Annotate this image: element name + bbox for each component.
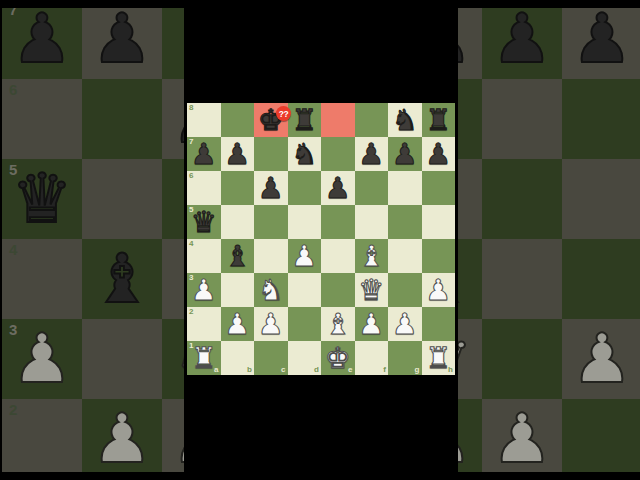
white-pawn: ♟ bbox=[572, 319, 633, 399]
file-label-f: f bbox=[383, 366, 386, 374]
square-f2[interactable]: ♟ bbox=[355, 307, 389, 341]
square-g1[interactable]: g bbox=[388, 341, 422, 375]
black-rook[interactable]: ♜ bbox=[425, 103, 451, 137]
square-c3[interactable]: ♞ bbox=[254, 273, 288, 307]
bg-square-h7: ♟ bbox=[562, 0, 640, 79]
square-a7[interactable]: 7♟ bbox=[187, 137, 221, 171]
square-e1[interactable]: e♚ bbox=[321, 341, 355, 375]
square-b3[interactable] bbox=[221, 273, 255, 307]
bg-square-g5 bbox=[482, 159, 562, 239]
black-pawn: ♟ bbox=[492, 0, 553, 79]
rank-label-8: 8 bbox=[189, 104, 193, 112]
white-pawn: ♟ bbox=[492, 399, 553, 479]
square-c4[interactable] bbox=[254, 239, 288, 273]
black-queen: ♛ bbox=[12, 159, 73, 239]
bg-square-g4 bbox=[482, 239, 562, 319]
square-h6[interactable] bbox=[422, 171, 456, 205]
white-queen[interactable]: ♛ bbox=[358, 273, 384, 307]
square-b1[interactable]: b bbox=[221, 341, 255, 375]
bg-square-b4: ♝ bbox=[82, 239, 162, 319]
square-d6[interactable] bbox=[288, 171, 322, 205]
white-pawn[interactable]: ♟ bbox=[191, 273, 217, 307]
black-pawn: ♟ bbox=[12, 0, 73, 79]
bg-square-h5 bbox=[562, 159, 640, 239]
white-pawn: ♟ bbox=[12, 319, 73, 399]
square-f6[interactable] bbox=[355, 171, 389, 205]
white-pawn[interactable]: ♟ bbox=[425, 273, 451, 307]
bg-square-a7: 7♟ bbox=[2, 0, 82, 79]
square-h8[interactable]: ♜ bbox=[422, 103, 456, 137]
black-pawn[interactable]: ♟ bbox=[258, 171, 284, 205]
square-b6[interactable] bbox=[221, 171, 255, 205]
square-b7[interactable]: ♟ bbox=[221, 137, 255, 171]
square-d4[interactable]: ♟ bbox=[288, 239, 322, 273]
square-c6[interactable]: ♟ bbox=[254, 171, 288, 205]
rank-label-6: 6 bbox=[189, 172, 193, 180]
square-a8[interactable]: 8 bbox=[187, 103, 221, 137]
square-a4[interactable]: 4 bbox=[187, 239, 221, 273]
rank-label-2: 2 bbox=[9, 402, 17, 417]
square-g3[interactable] bbox=[388, 273, 422, 307]
square-g7[interactable]: ♟ bbox=[388, 137, 422, 171]
bg-square-a3: 3♟ bbox=[2, 319, 82, 399]
rank-label-4: 4 bbox=[9, 242, 17, 257]
white-knight[interactable]: ♞ bbox=[258, 273, 284, 307]
file-label-d: d bbox=[314, 366, 319, 374]
white-pawn[interactable]: ♟ bbox=[224, 307, 250, 341]
black-pawn[interactable]: ♟ bbox=[191, 137, 217, 171]
square-b2[interactable]: ♟ bbox=[221, 307, 255, 341]
square-e2[interactable]: ♝ bbox=[321, 307, 355, 341]
bg-square-b6 bbox=[82, 79, 162, 159]
square-c2[interactable]: ♟ bbox=[254, 307, 288, 341]
bg-square-g6 bbox=[482, 79, 562, 159]
square-b4[interactable]: ♝ bbox=[221, 239, 255, 273]
square-a2[interactable]: 2 bbox=[187, 307, 221, 341]
square-d5[interactable] bbox=[288, 205, 322, 239]
black-bishop: ♝ bbox=[92, 239, 153, 319]
square-b5[interactable] bbox=[221, 205, 255, 239]
square-f7[interactable]: ♟ bbox=[355, 137, 389, 171]
square-h4[interactable] bbox=[422, 239, 456, 273]
square-a1[interactable]: 1a♜ bbox=[187, 341, 221, 375]
square-h3[interactable]: ♟ bbox=[422, 273, 456, 307]
square-f1[interactable]: f bbox=[355, 341, 389, 375]
square-d3[interactable] bbox=[288, 273, 322, 307]
square-d8[interactable]: ♜ bbox=[288, 103, 322, 137]
square-h5[interactable] bbox=[422, 205, 456, 239]
white-rook[interactable]: ♜ bbox=[191, 341, 217, 375]
square-e6[interactable]: ♟ bbox=[321, 171, 355, 205]
rank-label-6: 6 bbox=[9, 82, 17, 97]
square-e5[interactable] bbox=[321, 205, 355, 239]
file-label-b: b bbox=[247, 366, 252, 374]
white-bishop[interactable]: ♝ bbox=[325, 307, 351, 341]
square-e4[interactable] bbox=[321, 239, 355, 273]
bg-square-b3 bbox=[82, 319, 162, 399]
square-a6[interactable]: 6 bbox=[187, 171, 221, 205]
square-d7[interactable]: ♞ bbox=[288, 137, 322, 171]
bg-square-a5: 5♛ bbox=[2, 159, 82, 239]
square-g2[interactable]: ♟ bbox=[388, 307, 422, 341]
black-pawn[interactable]: ♟ bbox=[392, 137, 418, 171]
square-g4[interactable] bbox=[388, 239, 422, 273]
rank-label-4: 4 bbox=[189, 240, 193, 248]
white-pawn: ♟ bbox=[92, 399, 153, 479]
square-e8[interactable] bbox=[321, 103, 355, 137]
black-pawn[interactable]: ♟ bbox=[425, 137, 451, 171]
square-e7[interactable] bbox=[321, 137, 355, 171]
bg-square-a2: 2 bbox=[2, 399, 82, 479]
bg-square-h6 bbox=[562, 79, 640, 159]
white-pawn[interactable]: ♟ bbox=[258, 307, 284, 341]
square-g6[interactable] bbox=[388, 171, 422, 205]
white-pawn[interactable]: ♟ bbox=[291, 239, 317, 273]
blunder-badge: ?? bbox=[276, 106, 291, 121]
square-g8[interactable]: ♞ bbox=[388, 103, 422, 137]
black-pawn: ♟ bbox=[572, 0, 633, 79]
square-c5[interactable] bbox=[254, 205, 288, 239]
white-pawn[interactable]: ♟ bbox=[358, 307, 384, 341]
white-bishop[interactable]: ♝ bbox=[358, 239, 384, 273]
square-d2[interactable] bbox=[288, 307, 322, 341]
bg-square-a6: 6 bbox=[2, 79, 82, 159]
rank-label-3: 3 bbox=[9, 322, 17, 337]
file-label-c: c bbox=[281, 366, 285, 374]
square-f8[interactable] bbox=[355, 103, 389, 137]
square-f3[interactable]: ♛ bbox=[355, 273, 389, 307]
square-b8[interactable] bbox=[221, 103, 255, 137]
black-pawn[interactable]: ♟ bbox=[358, 137, 384, 171]
rank-label-5: 5 bbox=[189, 206, 193, 214]
black-queen[interactable]: ♛ bbox=[191, 205, 217, 239]
bg-square-g7: ♟ bbox=[482, 0, 562, 79]
square-f5[interactable] bbox=[355, 205, 389, 239]
bg-square-a4: 4 bbox=[2, 239, 82, 319]
bg-square-h4 bbox=[562, 239, 640, 319]
chess-board: ?? 8♚♜♞♜7♟♟♞♟♟♟6♟♟5♛4♝♟♝3♟♞♛♟2♟♟♝♟♟1a♜bc… bbox=[187, 103, 455, 375]
bg-square-g3 bbox=[482, 319, 562, 399]
rank-label-5: 5 bbox=[9, 162, 17, 177]
bg-square-h3: ♟ bbox=[562, 319, 640, 399]
square-a5[interactable]: 5♛ bbox=[187, 205, 221, 239]
file-label-g: g bbox=[415, 366, 420, 374]
file-label-e: e bbox=[348, 366, 352, 374]
bg-square-b7: ♟ bbox=[82, 0, 162, 79]
rank-label-3: 3 bbox=[189, 274, 193, 282]
square-d1[interactable]: d bbox=[288, 341, 322, 375]
square-g5[interactable] bbox=[388, 205, 422, 239]
square-a3[interactable]: 3♟ bbox=[187, 273, 221, 307]
bg-square-b5 bbox=[82, 159, 162, 239]
file-label-h: h bbox=[448, 366, 453, 374]
white-pawn[interactable]: ♟ bbox=[392, 307, 418, 341]
black-knight[interactable]: ♞ bbox=[291, 137, 317, 171]
square-h1[interactable]: h♜ bbox=[422, 341, 456, 375]
black-pawn[interactable]: ♟ bbox=[325, 171, 351, 205]
square-h7[interactable]: ♟ bbox=[422, 137, 456, 171]
black-pawn: ♟ bbox=[92, 0, 153, 79]
rank-label-1: 1 bbox=[189, 342, 193, 350]
rank-label-7: 7 bbox=[189, 138, 193, 146]
square-f4[interactable]: ♝ bbox=[355, 239, 389, 273]
black-pawn[interactable]: ♟ bbox=[224, 137, 250, 171]
square-h2[interactable] bbox=[422, 307, 456, 341]
white-king[interactable]: ♚ bbox=[325, 341, 351, 375]
black-rook[interactable]: ♜ bbox=[291, 103, 317, 137]
file-label-a: a bbox=[214, 366, 218, 374]
square-c7[interactable] bbox=[254, 137, 288, 171]
video-frame: 7♟♟♞♟♟♟6♟♟5♛4♝♟♝3♟♞♛♟2♟♟♝♟♟ ?? 8♚♜♞♜7♟♟♞… bbox=[0, 0, 640, 480]
bg-square-h2 bbox=[562, 399, 640, 479]
bg-square-g2: ♟ bbox=[482, 399, 562, 479]
square-c1[interactable]: c bbox=[254, 341, 288, 375]
bg-square-b2: ♟ bbox=[82, 399, 162, 479]
black-bishop[interactable]: ♝ bbox=[224, 239, 250, 273]
black-knight[interactable]: ♞ bbox=[392, 103, 418, 137]
rank-label-2: 2 bbox=[189, 308, 193, 316]
square-e3[interactable] bbox=[321, 273, 355, 307]
